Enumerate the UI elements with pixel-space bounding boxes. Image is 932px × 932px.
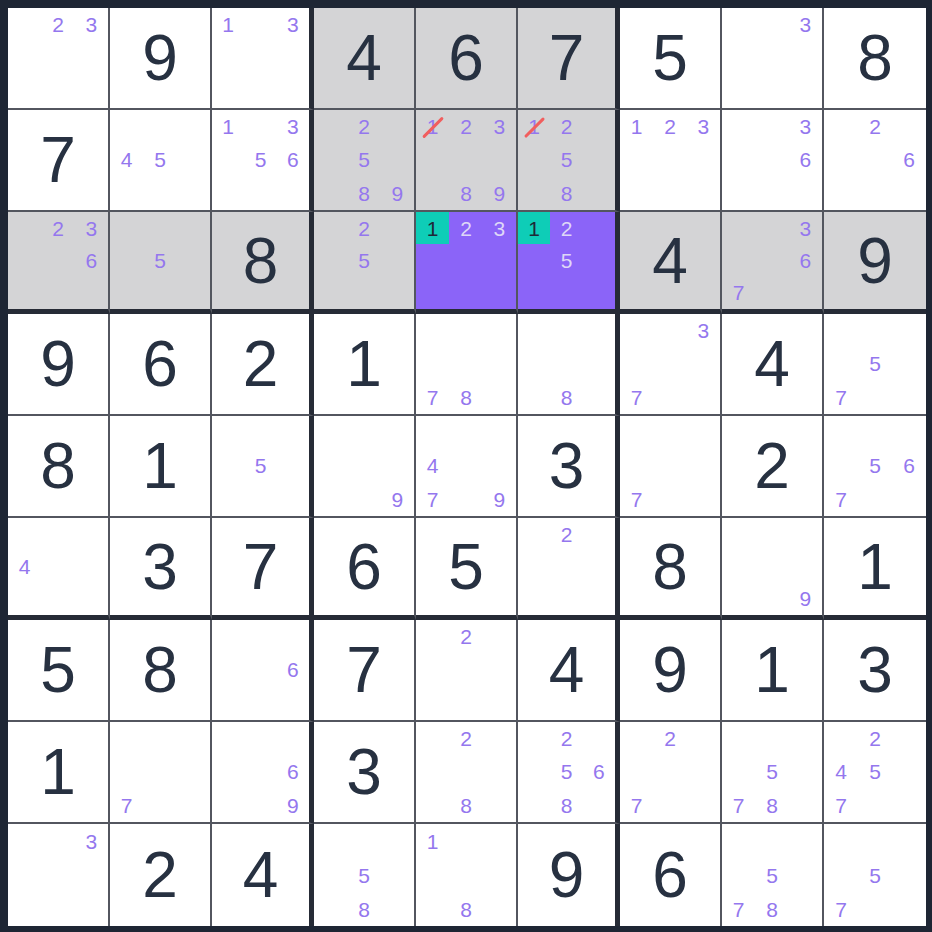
candidate-8 [244,687,276,720]
cell-value: 3 [518,416,615,516]
cell-r6c7[interactable]: 8 [620,518,722,620]
candidate-9: 9 [277,789,309,822]
candidate-6: 6 [789,244,822,276]
candidate-grid: 36 [722,110,822,210]
candidate-3 [381,416,414,449]
candidate-7 [722,177,755,210]
candidate-9 [75,277,108,309]
cell-r7c3[interactable]: 6 [212,620,314,722]
cell-r8c5[interactable]: 28 [416,722,518,824]
candidate-grid: 9 [722,518,822,615]
cell-r6c2[interactable]: 3 [110,518,212,620]
candidate-7 [314,483,347,516]
candidate-7 [212,483,244,516]
candidate-3: 3 [483,110,516,143]
cell-r9c7[interactable]: 6 [620,824,722,926]
cell-r2c7[interactable]: 123 [620,110,722,212]
cell-r3c2[interactable]: 5 [110,212,212,314]
candidate-4 [518,755,550,788]
candidate-6 [483,755,516,788]
candidate-9 [277,483,309,516]
cell-r9c5[interactable]: 18 [416,824,518,926]
candidate-1 [722,212,755,244]
candidate-4 [620,755,653,788]
cell-r8c6[interactable]: 2568 [518,722,620,824]
candidate-1 [722,110,755,143]
cell-r1c2[interactable]: 9 [110,8,212,110]
cell-r5c9[interactable]: 567 [824,416,926,518]
cell-r3c7[interactable]: 4 [620,212,722,314]
cell-r3c4[interactable]: 25 [314,212,416,314]
candidate-4 [722,41,755,74]
candidate-6 [687,449,720,482]
candidate-4 [722,858,755,892]
candidate-9 [177,177,210,210]
candidate-9 [789,892,822,926]
candidate-5: 5 [550,755,582,788]
cell-r4c3[interactable]: 2 [212,314,314,416]
candidate-2: 2 [550,212,582,244]
candidate-1 [722,8,755,41]
candidate-3 [789,722,822,755]
cell-r6c4[interactable]: 6 [314,518,416,620]
cell-r2c9[interactable]: 26 [824,110,926,212]
candidate-4 [314,244,347,276]
cell-r1c4[interactable]: 4 [314,8,416,110]
candidate-5: 5 [858,858,892,892]
cell-r2c5[interactable]: 12389 [416,110,518,212]
cell-r4c2[interactable]: 6 [110,314,212,416]
cell-value: 2 [212,314,309,414]
cell-r5c1[interactable]: 8 [8,416,110,518]
candidate-4 [8,244,41,276]
candidate-1: 1 [518,212,550,244]
candidate-7 [212,75,244,108]
candidate-4 [314,858,347,892]
candidate-7 [314,277,347,309]
cell-r7c8[interactable]: 1 [722,620,824,722]
cell-r1c7[interactable]: 5 [620,8,722,110]
candidate-3 [789,518,822,550]
candidate-8 [858,381,892,414]
candidate-9 [583,789,615,822]
candidate-8 [449,483,482,516]
cell-r1c5[interactable]: 6 [416,8,518,110]
cell-r5c7[interactable]: 7 [620,416,722,518]
cell-r7c4[interactable]: 7 [314,620,416,722]
candidate-5 [653,347,686,380]
candidate-9 [583,381,615,414]
candidate-grid: 69 [212,722,309,822]
cell-value: 8 [8,416,108,516]
cell-r4c9[interactable]: 57 [824,314,926,416]
cell-r7c6[interactable]: 4 [518,620,620,722]
candidate-7 [212,687,244,720]
candidate-grid: 578 [722,824,822,926]
candidate-4 [110,755,143,788]
cell-r6c8[interactable]: 9 [722,518,824,620]
cell-value: 4 [518,620,615,720]
candidate-4 [722,550,755,582]
cell-r6c3[interactable]: 7 [212,518,314,620]
candidate-5 [449,449,482,482]
candidate-7 [416,892,449,926]
cell-r9c8[interactable]: 578 [722,824,824,926]
cell-r5c8[interactable]: 2 [722,416,824,518]
cell-value: 9 [518,824,615,926]
candidate-7: 7 [620,789,653,822]
candidate-9 [687,789,720,822]
candidate-3 [583,722,615,755]
candidate-3 [483,314,516,347]
candidate-1: 1 [416,824,449,858]
candidate-9 [687,381,720,414]
candidate-2: 2 [550,722,582,755]
candidate-7 [416,789,449,822]
candidate-2: 2 [347,212,380,244]
cell-r4c1[interactable]: 9 [8,314,110,416]
candidate-3: 3 [789,212,822,244]
candidate-4: 4 [8,550,41,582]
cell-r8c4[interactable]: 3 [314,722,416,824]
candidate-3: 3 [75,824,108,858]
candidate-2: 2 [550,110,582,143]
cell-r9c9[interactable]: 57 [824,824,926,926]
candidate-2: 2 [653,722,686,755]
cell-r8c8[interactable]: 578 [722,722,824,824]
candidate-7 [416,687,449,720]
candidate-5 [244,41,276,74]
cell-r1c6[interactable]: 7 [518,8,620,110]
cell-r7c9[interactable]: 3 [824,620,926,722]
candidate-6: 6 [583,755,615,788]
candidate-9: 9 [381,177,414,210]
candidate-grid: 3 [8,824,108,926]
candidate-4 [722,244,755,276]
candidate-8: 8 [550,789,582,822]
candidate-9 [483,789,516,822]
cell-r1c1[interactable]: 23 [8,8,110,110]
candidate-5 [244,755,276,788]
candidate-8 [244,75,276,108]
candidate-1 [212,416,244,449]
cell-r8c2[interactable]: 7 [110,722,212,824]
cell-value: 1 [722,620,822,720]
candidate-9 [583,583,615,615]
candidate-5 [550,347,582,380]
cell-r7c5[interactable]: 2 [416,620,518,722]
cell-r8c7[interactable]: 27 [620,722,722,824]
candidate-4 [824,347,858,380]
candidate-1 [722,518,755,550]
cell-value: 5 [620,8,720,108]
cell-value: 8 [110,620,210,720]
candidate-7: 7 [722,789,755,822]
candidate-6 [177,143,210,176]
candidate-5: 5 [550,244,582,276]
candidate-6 [177,244,210,276]
cell-r5c5[interactable]: 479 [416,416,518,518]
candidate-grid: 13 [212,8,309,108]
cell-r4c8[interactable]: 4 [722,314,824,416]
cell-r7c7[interactable]: 9 [620,620,722,722]
candidate-7: 7 [824,789,858,822]
candidate-2 [244,110,276,143]
cell-r5c6[interactable]: 3 [518,416,620,518]
candidate-5 [347,449,380,482]
cell-r4c5[interactable]: 78 [416,314,518,416]
candidate-1 [212,620,244,653]
cell-r2c4[interactable]: 2589 [314,110,416,212]
cell-value: 8 [212,212,309,309]
candidate-6 [789,41,822,74]
cell-r9c3[interactable]: 4 [212,824,314,926]
candidate-grid: 28 [416,722,516,822]
cell-value: 4 [314,8,414,108]
cell-r1c3[interactable]: 13 [212,8,314,110]
cell-r9c1[interactable]: 3 [8,824,110,926]
candidate-1 [416,416,449,449]
candidate-1 [8,824,41,858]
candidate-5 [244,653,276,686]
candidate-9 [483,892,516,926]
candidate-7 [314,177,347,210]
candidate-5 [653,449,686,482]
candidate-6 [75,858,108,892]
cell-value: 4 [722,314,822,414]
cell-value: 9 [110,8,210,108]
candidate-3 [483,824,516,858]
candidate-grid: 1258 [518,110,615,210]
candidate-8 [653,177,686,210]
cell-r6c9[interactable]: 1 [824,518,926,620]
candidate-5 [449,653,482,686]
candidate-6 [381,449,414,482]
candidate-7 [824,177,858,210]
candidate-4 [722,755,755,788]
cell-r2c1[interactable]: 7 [8,110,110,212]
candidate-9 [789,177,822,210]
cell-r6c5[interactable]: 5 [416,518,518,620]
candidate-5 [858,143,892,176]
candidate-2 [449,824,482,858]
cell-r4c6[interactable]: 8 [518,314,620,416]
candidate-grid: 5 [212,416,309,516]
candidate-grid: 2589 [314,110,414,210]
candidate-6: 6 [277,755,309,788]
candidate-8 [858,892,892,926]
candidate-6 [483,244,516,276]
candidate-8 [858,177,892,210]
candidate-9 [277,75,309,108]
cell-r1c9[interactable]: 8 [824,8,926,110]
cell-r9c4[interactable]: 58 [314,824,416,926]
cell-r2c6[interactable]: 1258 [518,110,620,212]
cell-r5c4[interactable]: 9 [314,416,416,518]
cell-value: 4 [212,824,309,926]
candidate-grid: 58 [314,824,414,926]
candidate-1 [416,722,449,755]
candidate-9: 9 [789,583,822,615]
candidate-5: 5 [858,755,892,788]
cell-r2c3[interactable]: 1356 [212,110,314,212]
cell-value: 2 [110,824,210,926]
candidate-1 [824,824,858,858]
candidate-7 [8,583,41,615]
candidate-grid: 26 [824,110,926,210]
candidate-1: 1 [518,110,550,143]
candidate-4 [518,244,550,276]
candidate-9 [483,687,516,720]
candidate-9 [177,277,210,309]
candidate-4 [824,143,858,176]
candidate-2 [143,212,176,244]
cell-r8c9[interactable]: 2457 [824,722,926,824]
candidate-8 [550,277,582,309]
cell-value: 9 [620,620,720,720]
candidate-2 [755,8,788,41]
candidate-grid: 12389 [416,110,516,210]
candidate-3: 3 [789,8,822,41]
candidate-8: 8 [550,381,582,414]
cell-value: 9 [824,212,926,309]
cell-r3c1[interactable]: 236 [8,212,110,314]
candidate-3 [483,620,516,653]
candidate-3 [892,416,926,449]
cell-r8c3[interactable]: 69 [212,722,314,824]
candidate-3: 3 [75,8,108,41]
candidate-5 [41,550,74,582]
cell-value: 7 [314,620,414,720]
sudoku-board: 2391346753874513562589123891258123362623… [8,8,926,926]
candidate-9 [277,177,309,210]
candidate-3 [277,416,309,449]
candidate-8 [858,789,892,822]
candidate-3: 3 [789,110,822,143]
candidate-5 [653,755,686,788]
candidate-2 [858,416,892,449]
candidate-5 [449,143,482,176]
candidate-7: 7 [416,483,449,516]
candidate-5: 5 [143,244,176,276]
candidate-5 [449,347,482,380]
candidate-9: 9 [483,177,516,210]
cell-value: 6 [110,314,210,414]
candidate-6 [75,41,108,74]
candidate-9 [892,892,926,926]
candidate-7 [518,277,550,309]
cell-r8c1[interactable]: 1 [8,722,110,824]
cell-r9c2[interactable]: 2 [110,824,212,926]
cell-r5c3[interactable]: 5 [212,416,314,518]
candidate-6 [789,858,822,892]
cell-r5c2[interactable]: 1 [110,416,212,518]
candidate-2 [449,416,482,449]
cell-r3c8[interactable]: 367 [722,212,824,314]
candidate-4: 4 [824,755,858,788]
candidate-2: 2 [41,212,74,244]
cell-value: 5 [416,518,516,615]
cell-value: 8 [824,8,926,108]
candidate-3 [583,314,615,347]
cell-r3c9[interactable]: 9 [824,212,926,314]
candidate-1 [8,8,41,41]
cell-r3c6[interactable]: 125 [518,212,620,314]
candidate-1 [416,314,449,347]
candidate-6: 6 [789,143,822,176]
candidate-7: 7 [722,277,755,309]
candidate-7 [518,177,550,210]
candidate-2 [143,722,176,755]
candidate-8 [755,75,788,108]
candidate-8 [244,789,276,822]
cell-r3c5[interactable]: 123 [416,212,518,314]
cell-r6c6[interactable]: 2 [518,518,620,620]
cell-value: 3 [824,620,926,720]
candidate-3: 3 [483,212,516,244]
candidate-1 [314,110,347,143]
candidate-2 [653,416,686,449]
candidate-9 [789,75,822,108]
candidate-2 [347,824,380,858]
cell-value: 8 [620,518,720,615]
cell-r2c2[interactable]: 45 [110,110,212,212]
cell-r6c1[interactable]: 4 [8,518,110,620]
candidate-6: 6 [892,449,926,482]
cell-value: 1 [110,416,210,516]
cell-r3c3[interactable]: 8 [212,212,314,314]
candidate-5: 5 [244,143,276,176]
cell-r4c7[interactable]: 37 [620,314,722,416]
cell-r2c8[interactable]: 36 [722,110,824,212]
candidate-grid: 123 [416,212,516,309]
cell-value: 7 [212,518,309,615]
candidate-1 [518,314,550,347]
candidate-1 [824,110,858,143]
candidate-9 [75,583,108,615]
candidate-2: 2 [347,110,380,143]
candidate-2 [143,110,176,143]
cell-value: 9 [8,314,108,414]
candidate-8 [347,277,380,309]
candidate-grid: 6 [212,620,309,720]
candidate-6 [483,653,516,686]
candidate-grid: 27 [620,722,720,822]
candidate-8: 8 [449,892,482,926]
candidate-grid: 2 [518,518,615,615]
cell-r4c4[interactable]: 1 [314,314,416,416]
candidate-grid: 2568 [518,722,615,822]
candidate-1 [314,824,347,858]
cell-r7c2[interactable]: 8 [110,620,212,722]
cell-r1c8[interactable]: 3 [722,8,824,110]
candidate-1 [314,212,347,244]
candidate-7 [314,892,347,926]
candidate-6 [687,347,720,380]
cell-r9c6[interactable]: 9 [518,824,620,926]
cell-r7c1[interactable]: 5 [8,620,110,722]
candidate-1 [110,722,143,755]
candidate-5: 5 [244,449,276,482]
candidate-3 [381,110,414,143]
candidate-7: 7 [824,892,858,926]
candidate-8: 8 [449,177,482,210]
candidate-grid: 123 [620,110,720,210]
candidate-4 [212,449,244,482]
candidate-1 [212,722,244,755]
candidate-9 [687,177,720,210]
candidate-4 [212,41,244,74]
